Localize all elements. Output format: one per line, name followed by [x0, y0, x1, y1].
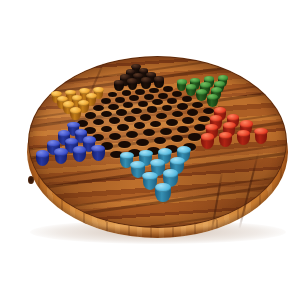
- hole[interactable]: [140, 114, 151, 121]
- peg-black[interactable]: [114, 80, 124, 92]
- hole[interactable]: [109, 117, 120, 124]
- peg-red[interactable]: [254, 128, 268, 144]
- hole[interactable]: [101, 98, 111, 104]
- hole[interactable]: [194, 124, 206, 131]
- hole[interactable]: [149, 88, 159, 94]
- peg-light-blue[interactable]: [155, 183, 171, 202]
- peg-black[interactable]: [141, 77, 151, 89]
- peg-blue[interactable]: [73, 146, 87, 162]
- hole[interactable]: [131, 108, 142, 114]
- hole[interactable]: [182, 96, 192, 102]
- hole[interactable]: [101, 126, 113, 133]
- peg-black[interactable]: [127, 78, 137, 90]
- hole[interactable]: [163, 86, 173, 92]
- hole[interactable]: [135, 89, 145, 95]
- hole[interactable]: [93, 105, 104, 111]
- peg-blue[interactable]: [91, 145, 105, 161]
- peg-green[interactable]: [186, 84, 197, 96]
- hole[interactable]: [177, 103, 188, 109]
- hole[interactable]: [166, 119, 178, 126]
- hole[interactable]: [192, 102, 203, 108]
- hole[interactable]: [160, 128, 172, 135]
- hole[interactable]: [172, 111, 183, 118]
- hole[interactable]: [118, 141, 131, 148]
- hole[interactable]: [198, 116, 210, 123]
- hole[interactable]: [136, 139, 149, 146]
- hole[interactable]: [156, 113, 167, 120]
- peg-red[interactable]: [201, 133, 215, 149]
- hole[interactable]: [134, 122, 146, 129]
- hole[interactable]: [93, 119, 104, 126]
- hole[interactable]: [101, 111, 112, 117]
- hole[interactable]: [126, 131, 138, 138]
- hole[interactable]: [167, 98, 177, 104]
- hole[interactable]: [123, 102, 134, 108]
- peg-green[interactable]: [207, 94, 218, 107]
- hole[interactable]: [203, 108, 214, 115]
- hole[interactable]: [158, 93, 168, 99]
- hole[interactable]: [171, 135, 183, 142]
- peg-board: [0, 0, 300, 300]
- peg-blue[interactable]: [36, 150, 50, 166]
- peg-green[interactable]: [196, 89, 207, 102]
- hole[interactable]: [129, 95, 139, 101]
- peg-black[interactable]: [154, 76, 164, 88]
- hole[interactable]: [162, 105, 173, 111]
- hole[interactable]: [85, 112, 96, 118]
- hole[interactable]: [138, 101, 149, 107]
- hole[interactable]: [109, 133, 121, 140]
- peg-orange[interactable]: [70, 107, 82, 120]
- hole[interactable]: [172, 91, 182, 97]
- peg-blue[interactable]: [54, 148, 68, 164]
- hole[interactable]: [124, 116, 135, 123]
- hole[interactable]: [187, 109, 198, 116]
- hole[interactable]: [117, 124, 129, 131]
- hole[interactable]: [188, 133, 200, 140]
- peg-red[interactable]: [219, 132, 233, 148]
- hole[interactable]: [147, 106, 158, 112]
- hole[interactable]: [150, 121, 162, 128]
- peg-red[interactable]: [237, 130, 251, 146]
- hole[interactable]: [152, 99, 163, 105]
- hole[interactable]: [154, 137, 167, 144]
- hole[interactable]: [182, 117, 194, 124]
- hole[interactable]: [177, 126, 189, 133]
- product-photo-scene: [0, 0, 300, 300]
- hole[interactable]: [143, 129, 155, 136]
- hole[interactable]: [116, 109, 127, 115]
